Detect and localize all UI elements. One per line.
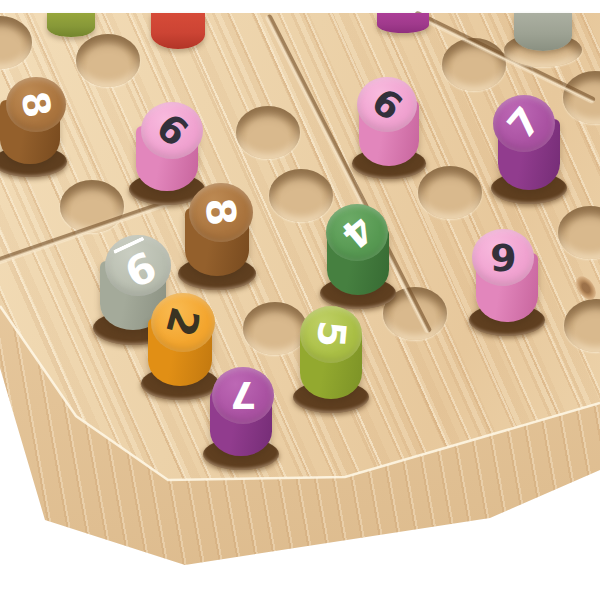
peg-digit: 6 (365, 81, 408, 126)
peg-digit: 8 (200, 196, 242, 227)
peg-top-face: 7 (212, 367, 274, 424)
peg-digit: 8 (16, 88, 57, 120)
empty-cell-hole[interactable] (269, 169, 333, 222)
peg-top-face: 6 (357, 77, 417, 132)
sudoku-board-photo: 86892756746 (0, 0, 600, 600)
peg-digit: 6 (150, 107, 195, 153)
empty-cell-hole[interactable] (236, 106, 300, 159)
peg-top-face: 4 (326, 204, 388, 261)
partial-peg-gray[interactable] (514, 13, 572, 51)
peg-digit: 7 (501, 101, 547, 146)
peg-top-face: 2 (151, 293, 215, 352)
peg-top-face: 8 (6, 77, 66, 132)
peg-digit: 4 (335, 209, 380, 255)
empty-cell-hole[interactable] (243, 302, 307, 355)
partial-peg-red[interactable] (151, 13, 205, 49)
empty-cell-hole[interactable] (418, 166, 482, 219)
peg-top-face: 5 (300, 306, 362, 363)
peg-digit: 2 (160, 303, 206, 340)
empty-cell-hole[interactable] (76, 34, 140, 87)
peg-top-face: 6 (141, 102, 203, 159)
peg-top-face: 7 (493, 95, 555, 152)
partial-peg-olive[interactable] (47, 13, 95, 37)
peg-top-face: 9 (105, 235, 171, 296)
peg-digit: 5 (311, 319, 351, 349)
peg-top-face: 8 (189, 183, 253, 242)
peg-digit: 6 (490, 238, 516, 276)
peg-digit: 7 (230, 376, 256, 414)
partial-peg-magenta[interactable] (377, 13, 429, 33)
peg-digit: 9 (113, 236, 163, 293)
peg-top-face: 6 (472, 229, 534, 286)
